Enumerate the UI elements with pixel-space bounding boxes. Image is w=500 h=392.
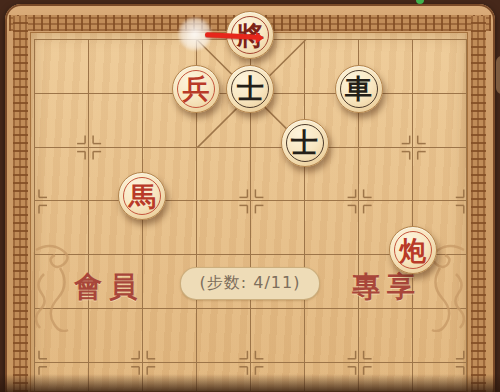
member-label: 會員 xyxy=(74,268,144,306)
board-cell xyxy=(251,309,305,363)
piece-glyph: 車 xyxy=(345,75,372,102)
step-counter-text: (步数: 4/11) xyxy=(200,273,301,294)
board-cell xyxy=(197,201,251,255)
red-soldier-piece[interactable]: 兵 xyxy=(172,65,220,113)
board-cell xyxy=(89,94,143,148)
piece-glyph: 士 xyxy=(237,75,264,102)
board-cell xyxy=(251,201,305,255)
black-advisor-piece[interactable]: 士 xyxy=(281,119,329,167)
board-cell xyxy=(35,40,89,94)
piece-glyph: 士 xyxy=(291,129,318,156)
board-cell xyxy=(35,363,89,392)
board-cell xyxy=(413,148,467,202)
board-cell xyxy=(305,309,359,363)
red-cannon-piece[interactable]: 炮 xyxy=(389,226,437,274)
board-cell xyxy=(359,148,413,202)
board-cell xyxy=(89,309,143,363)
screen-edge-widget xyxy=(496,56,500,94)
board-cell xyxy=(143,363,197,392)
frame-carving-left xyxy=(13,16,28,392)
xiangqi-board[interactable]: 將兵士車士馬炮 xyxy=(30,32,468,392)
piece-glyph: 炮 xyxy=(399,237,426,264)
board-cell xyxy=(359,363,413,392)
piece-glyph: 馬 xyxy=(129,183,156,210)
black-advisor-piece[interactable]: 士 xyxy=(226,65,274,113)
board-cell xyxy=(197,148,251,202)
frame-carving-right xyxy=(471,16,486,392)
black-chariot-piece[interactable]: 車 xyxy=(335,65,383,113)
board-cell xyxy=(359,309,413,363)
step-counter: (步数: 4/11) xyxy=(180,267,320,300)
board-cell xyxy=(251,363,305,392)
scroll-ornament-left xyxy=(30,240,72,332)
board-cell xyxy=(197,363,251,392)
board-cell xyxy=(305,363,359,392)
xiangqi-puzzle-screen: { "game": "xiangqi", "screen": "endgame-… xyxy=(0,0,500,392)
board-cell xyxy=(143,309,197,363)
board-cell xyxy=(35,148,89,202)
board-cell xyxy=(89,363,143,392)
board-cell xyxy=(197,309,251,363)
board-cell xyxy=(89,40,143,94)
board-cell xyxy=(35,94,89,148)
piece-glyph: 兵 xyxy=(183,75,210,102)
board-cell xyxy=(413,40,467,94)
board-cell xyxy=(305,201,359,255)
board-cell xyxy=(413,363,467,392)
board-cell xyxy=(413,94,467,148)
